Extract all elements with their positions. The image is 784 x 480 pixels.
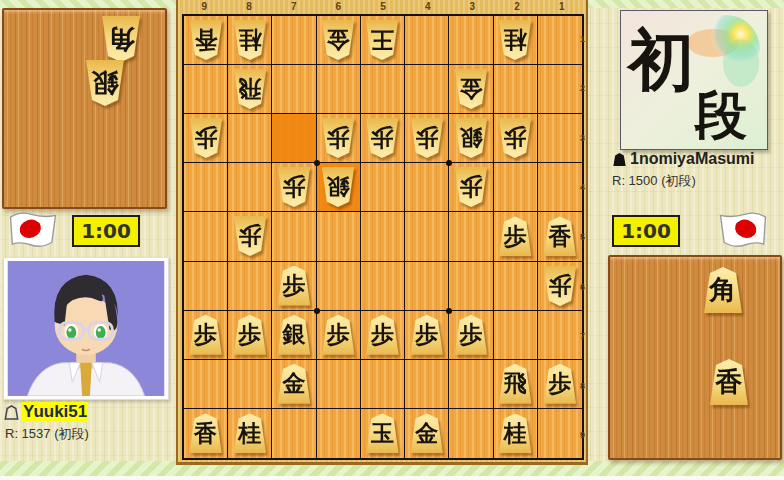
board-square[interactable]: 桂 (494, 409, 538, 458)
board-square[interactable] (228, 262, 272, 311)
board-piece[interactable]: 歩 (409, 118, 445, 158)
board-square[interactable]: 王 (361, 16, 405, 65)
board-square[interactable]: 歩 (405, 311, 449, 360)
board-square[interactable]: 歩 (449, 311, 493, 360)
rank-label: 7 (578, 311, 587, 361)
board-piece[interactable]: 桂 (497, 20, 533, 60)
board-square[interactable] (449, 16, 493, 65)
board-square[interactable]: 歩 (272, 262, 316, 311)
board-square[interactable] (361, 212, 405, 261)
board-piece[interactable]: 金 (453, 69, 489, 109)
board-square[interactable]: 銀 (272, 311, 316, 360)
board-square[interactable] (184, 262, 228, 311)
board-grid[interactable]: 香桂金王桂飛金歩歩歩歩銀歩歩銀歩歩歩香歩歩歩歩銀歩歩歩歩金飛歩香桂玉金桂 (182, 14, 584, 460)
board-square[interactable] (538, 16, 582, 65)
board-piece[interactable]: 歩 (320, 315, 356, 355)
board-square[interactable]: 歩 (184, 311, 228, 360)
board-piece[interactable]: 銀 (276, 315, 312, 355)
gote-player-name[interactable]: Yuuki51 (22, 402, 88, 422)
sente-captured-tray[interactable]: 角香 (608, 255, 782, 460)
board-piece[interactable]: 香 (542, 216, 578, 256)
board-piece[interactable]: 歩 (497, 118, 533, 158)
board-square[interactable] (228, 114, 272, 163)
board-square[interactable]: 歩 (538, 262, 582, 311)
board-square[interactable]: 歩 (317, 114, 361, 163)
board-square[interactable] (449, 409, 493, 458)
board-square[interactable] (494, 262, 538, 311)
board-square[interactable] (405, 65, 449, 114)
file-label: 5 (361, 0, 406, 14)
board-piece[interactable]: 歩 (364, 315, 400, 355)
board-square[interactable]: 香 (538, 212, 582, 261)
board-piece[interactable]: 歩 (542, 266, 578, 306)
captured-piece[interactable]: 角 (702, 267, 744, 313)
board-square[interactable]: 歩 (361, 114, 405, 163)
board-square[interactable]: 歩 (449, 163, 493, 212)
board-square[interactable]: 歩 (538, 360, 582, 409)
board-piece[interactable]: 歩 (542, 364, 578, 404)
board-square[interactable]: 歩 (228, 311, 272, 360)
japan-flag-right-icon (716, 209, 770, 251)
board-square[interactable] (361, 163, 405, 212)
board-square[interactable] (405, 163, 449, 212)
file-label: 1 (539, 0, 584, 14)
board-square[interactable]: 金 (449, 65, 493, 114)
board-square[interactable] (405, 360, 449, 409)
board-square[interactable] (361, 262, 405, 311)
board-piece[interactable]: 金 (409, 413, 445, 453)
board-square[interactable] (317, 409, 361, 458)
board-star-dot (446, 308, 452, 314)
board-square[interactable] (361, 65, 405, 114)
rank-labels: 123456789 (578, 14, 587, 460)
board-square[interactable]: 歩 (317, 311, 361, 360)
board-star-dot (446, 160, 452, 166)
board-piece[interactable]: 歩 (276, 266, 312, 306)
sente-player-name-row[interactable]: 1nomiyaMasumi (612, 150, 754, 168)
file-label: 7 (271, 0, 316, 14)
board-square[interactable]: 桂 (228, 409, 272, 458)
board-square[interactable] (494, 65, 538, 114)
board-square[interactable]: 金 (317, 16, 361, 65)
rank-label: 4 (578, 163, 587, 213)
board-square[interactable] (228, 163, 272, 212)
board-piece[interactable]: 桂 (497, 413, 533, 453)
board-piece[interactable]: 歩 (188, 118, 224, 158)
rank-badge-char-top: 初 (626, 21, 694, 99)
gote-clock: 1:00 (72, 215, 140, 247)
sente-clock: 1:00 (612, 215, 680, 247)
board-square[interactable]: 飛 (494, 360, 538, 409)
board-square[interactable]: 歩 (494, 212, 538, 261)
rank-label: 2 (578, 64, 587, 114)
rank-label: 8 (578, 361, 587, 411)
board-piece[interactable]: 銀 (320, 167, 356, 207)
rank-badge-char-bottom: 段 (693, 84, 747, 145)
board-square[interactable] (494, 311, 538, 360)
board-square[interactable]: 歩 (228, 212, 272, 261)
board-square[interactable]: 桂 (228, 16, 272, 65)
rank-label: 1 (578, 14, 587, 64)
sente-player-rating: R: 1500 (初段) (612, 172, 696, 190)
sente-mark-icon (612, 152, 627, 167)
captured-piece[interactable]: 銀 (84, 60, 126, 106)
board-piece[interactable]: 歩 (232, 216, 268, 256)
board-star-dot (314, 308, 320, 314)
board-piece[interactable]: 飛 (232, 69, 268, 109)
board-piece[interactable]: 歩 (188, 315, 224, 355)
board-piece[interactable]: 歩 (409, 315, 445, 355)
board-piece[interactable]: 歩 (232, 315, 268, 355)
avatar[interactable] (3, 257, 169, 400)
board-square[interactable]: 香 (184, 16, 228, 65)
board-square[interactable]: 銀 (317, 163, 361, 212)
board-square[interactable]: 歩 (405, 114, 449, 163)
board-square[interactable]: 歩 (494, 114, 538, 163)
bottom-white-strip (0, 476, 784, 480)
captured-piece[interactable]: 香 (708, 359, 750, 405)
board-square[interactable]: 歩 (272, 163, 316, 212)
board-square[interactable]: 歩 (361, 311, 405, 360)
board-square[interactable] (538, 409, 582, 458)
board-square[interactable] (184, 360, 228, 409)
board-square[interactable] (538, 163, 582, 212)
file-label: 2 (495, 0, 540, 14)
board-piece[interactable]: 歩 (320, 118, 356, 158)
board-piece[interactable]: 王 (364, 20, 400, 60)
board-piece[interactable]: 桂 (232, 413, 268, 453)
board-square[interactable] (272, 65, 316, 114)
gote-player-name-row[interactable]: Yuuki51 (4, 402, 88, 422)
gote-player-rating: R: 1537 (初段) (5, 425, 89, 443)
board-square[interactable] (317, 65, 361, 114)
board-square[interactable] (184, 212, 228, 261)
board-square[interactable] (538, 114, 582, 163)
board-square[interactable]: 玉 (361, 409, 405, 458)
board-square[interactable]: 歩 (184, 114, 228, 163)
board-square[interactable] (538, 311, 582, 360)
board-square[interactable]: 銀 (449, 114, 493, 163)
board-square[interactable] (317, 360, 361, 409)
sente-player-name[interactable]: 1nomiyaMasumi (630, 150, 754, 168)
board-square[interactable] (538, 65, 582, 114)
board-square[interactable] (449, 262, 493, 311)
board-piece[interactable]: 歩 (364, 118, 400, 158)
board-piece[interactable]: 歩 (453, 315, 489, 355)
board-square[interactable]: 桂 (494, 16, 538, 65)
board-square[interactable] (317, 262, 361, 311)
board-piece[interactable]: 香 (188, 413, 224, 453)
japan-flag-left-icon (6, 209, 60, 251)
board-square[interactable] (272, 114, 316, 163)
board-piece[interactable]: 香 (188, 20, 224, 60)
rank-label: 6 (578, 262, 587, 312)
board-square[interactable] (228, 360, 272, 409)
rank-label: 5 (578, 212, 587, 262)
board-square[interactable] (184, 163, 228, 212)
board-piece[interactable]: 歩 (497, 216, 533, 256)
file-label: 3 (450, 0, 495, 14)
board-square[interactable] (405, 212, 449, 261)
board-piece[interactable]: 玉 (364, 413, 400, 453)
board-square[interactable]: 香 (184, 409, 228, 458)
board-square[interactable] (405, 16, 449, 65)
rank-badge-image: 初 段 (620, 10, 768, 150)
board-square[interactable] (317, 212, 361, 261)
gote-captured-tray[interactable]: 角銀 (2, 8, 167, 209)
shogi-board: 987654321 香桂金王桂飛金歩歩歩歩銀歩歩銀歩歩歩香歩歩歩歩銀歩歩歩歩金飛… (176, 0, 588, 465)
board-square[interactable] (449, 212, 493, 261)
captured-piece[interactable]: 角 (100, 16, 142, 62)
board-square[interactable]: 飛 (228, 65, 272, 114)
board-piece[interactable]: 金 (320, 20, 356, 60)
board-square[interactable] (272, 409, 316, 458)
board-square[interactable] (494, 163, 538, 212)
board-piece[interactable]: 歩 (453, 167, 489, 207)
rank-label: 9 (578, 411, 587, 461)
board-square[interactable] (405, 262, 449, 311)
board-piece[interactable]: 銀 (453, 118, 489, 158)
board-piece[interactable]: 桂 (232, 20, 268, 60)
file-label: 9 (182, 0, 227, 14)
board-piece[interactable]: 金 (276, 364, 312, 404)
board-square[interactable] (272, 16, 316, 65)
file-label: 8 (227, 0, 272, 14)
file-labels: 987654321 (182, 0, 584, 14)
board-piece[interactable]: 歩 (276, 167, 312, 207)
board-piece[interactable]: 飛 (497, 364, 533, 404)
board-star-dot (314, 160, 320, 166)
gote-mark-icon (4, 405, 19, 420)
board-square[interactable] (184, 65, 228, 114)
rank-label: 3 (578, 113, 587, 163)
board-square[interactable]: 金 (272, 360, 316, 409)
board-square[interactable]: 金 (405, 409, 449, 458)
file-label: 6 (316, 0, 361, 14)
file-label: 4 (405, 0, 450, 14)
board-square[interactable] (272, 212, 316, 261)
board-square[interactable] (449, 360, 493, 409)
board-square[interactable] (361, 360, 405, 409)
